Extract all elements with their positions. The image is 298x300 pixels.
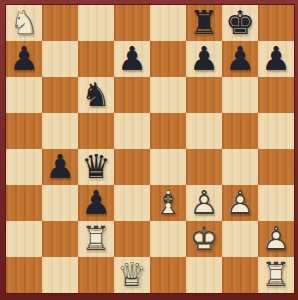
square-h4[interactable] <box>258 149 294 185</box>
black-queen-c4[interactable]: ♛ <box>78 149 114 185</box>
black-pawn-b4[interactable]: ♟ <box>42 149 78 185</box>
square-b8[interactable] <box>42 5 78 41</box>
black-pawn-f7[interactable]: ♟ <box>186 41 222 77</box>
knight-icon: ♞ <box>78 77 114 113</box>
square-f7[interactable]: ♟ <box>186 41 222 77</box>
black-pawn-d7[interactable]: ♟ <box>114 41 150 77</box>
queen-icon: ♛ <box>78 149 114 185</box>
knight-outline-icon: ♘ <box>6 5 42 41</box>
rook-outline-icon: ♖ <box>78 221 114 257</box>
square-e3[interactable]: ♝♗ <box>150 185 186 221</box>
pawn-icon: ♟ <box>222 41 258 77</box>
square-b5[interactable] <box>42 113 78 149</box>
white-knight-a8[interactable]: ♞♘ <box>6 5 42 41</box>
white-rook-h1[interactable]: ♜♖ <box>258 257 294 293</box>
pawn-icon: ♟ <box>78 185 114 221</box>
square-d3[interactable] <box>114 185 150 221</box>
king-outline-icon: ♔ <box>186 221 222 257</box>
square-g4[interactable] <box>222 149 258 185</box>
black-pawn-g7[interactable]: ♟ <box>222 41 258 77</box>
pawn-icon: ♟ <box>42 149 78 185</box>
square-d7[interactable]: ♟ <box>114 41 150 77</box>
queen-outline-icon: ♕ <box>114 257 150 293</box>
square-h6[interactable] <box>258 77 294 113</box>
square-b6[interactable] <box>42 77 78 113</box>
black-pawn-c3[interactable]: ♟ <box>78 185 114 221</box>
black-king-g8[interactable]: ♚ <box>222 5 258 41</box>
white-pawn-f3[interactable]: ♟♙ <box>186 185 222 221</box>
square-e7[interactable] <box>150 41 186 77</box>
square-d2[interactable] <box>114 221 150 257</box>
square-a5[interactable] <box>6 113 42 149</box>
square-b1[interactable] <box>42 257 78 293</box>
square-d4[interactable] <box>114 149 150 185</box>
square-g2[interactable] <box>222 221 258 257</box>
black-pawn-a7[interactable]: ♟ <box>6 41 42 77</box>
square-e1[interactable] <box>150 257 186 293</box>
rook-outline-icon: ♖ <box>258 257 294 293</box>
white-rook-c2[interactable]: ♜♖ <box>78 221 114 257</box>
square-f3[interactable]: ♟♙ <box>186 185 222 221</box>
square-f6[interactable] <box>186 77 222 113</box>
white-king-f2[interactable]: ♚♔ <box>186 221 222 257</box>
square-c1[interactable] <box>78 257 114 293</box>
square-a3[interactable] <box>6 185 42 221</box>
square-f4[interactable] <box>186 149 222 185</box>
square-b7[interactable] <box>42 41 78 77</box>
square-c4[interactable]: ♛ <box>78 149 114 185</box>
white-pawn-g3[interactable]: ♟♙ <box>222 185 258 221</box>
square-f1[interactable] <box>186 257 222 293</box>
board-frame: ♞♘♜♚♟♟♟♟♟♞♟♛♟♝♗♟♙♟♙♜♖♚♔♟♙♛♕♜♖ <box>0 0 298 300</box>
square-c6[interactable]: ♞ <box>78 77 114 113</box>
square-b4[interactable]: ♟ <box>42 149 78 185</box>
square-a7[interactable]: ♟ <box>6 41 42 77</box>
square-c8[interactable] <box>78 5 114 41</box>
square-d1[interactable]: ♛♕ <box>114 257 150 293</box>
square-e6[interactable] <box>150 77 186 113</box>
square-h5[interactable] <box>258 113 294 149</box>
pawn-outline-icon: ♙ <box>186 185 222 221</box>
pawn-icon: ♟ <box>258 41 294 77</box>
white-queen-d1[interactable]: ♛♕ <box>114 257 150 293</box>
square-h2[interactable]: ♟♙ <box>258 221 294 257</box>
square-g7[interactable]: ♟ <box>222 41 258 77</box>
king-icon: ♚ <box>222 5 258 41</box>
square-h3[interactable] <box>258 185 294 221</box>
square-e5[interactable] <box>150 113 186 149</box>
square-e2[interactable] <box>150 221 186 257</box>
square-d8[interactable] <box>114 5 150 41</box>
square-b2[interactable] <box>42 221 78 257</box>
pawn-icon: ♟ <box>114 41 150 77</box>
square-e8[interactable] <box>150 5 186 41</box>
square-c7[interactable] <box>78 41 114 77</box>
square-f8[interactable]: ♜ <box>186 5 222 41</box>
square-b3[interactable] <box>42 185 78 221</box>
square-h1[interactable]: ♜♖ <box>258 257 294 293</box>
white-pawn-h2[interactable]: ♟♙ <box>258 221 294 257</box>
square-a6[interactable] <box>6 77 42 113</box>
square-g5[interactable] <box>222 113 258 149</box>
black-pawn-h7[interactable]: ♟ <box>258 41 294 77</box>
square-d5[interactable] <box>114 113 150 149</box>
square-a2[interactable] <box>6 221 42 257</box>
square-d6[interactable] <box>114 77 150 113</box>
pawn-icon: ♟ <box>6 41 42 77</box>
square-g8[interactable]: ♚ <box>222 5 258 41</box>
bishop-outline-icon: ♗ <box>150 185 186 221</box>
black-knight-c6[interactable]: ♞ <box>78 77 114 113</box>
square-a1[interactable] <box>6 257 42 293</box>
square-g6[interactable] <box>222 77 258 113</box>
square-f2[interactable]: ♚♔ <box>186 221 222 257</box>
square-h8[interactable] <box>258 5 294 41</box>
pawn-outline-icon: ♙ <box>222 185 258 221</box>
square-c2[interactable]: ♜♖ <box>78 221 114 257</box>
chess-board: ♞♘♜♚♟♟♟♟♟♞♟♛♟♝♗♟♙♟♙♜♖♚♔♟♙♛♕♜♖ <box>5 4 295 294</box>
pawn-outline-icon: ♙ <box>258 221 294 257</box>
black-rook-f8[interactable]: ♜ <box>186 5 222 41</box>
square-c5[interactable] <box>78 113 114 149</box>
square-g1[interactable] <box>222 257 258 293</box>
pawn-icon: ♟ <box>186 41 222 77</box>
square-g3[interactable]: ♟♙ <box>222 185 258 221</box>
square-a8[interactable]: ♞♘ <box>6 5 42 41</box>
square-h7[interactable]: ♟ <box>258 41 294 77</box>
rook-icon: ♜ <box>186 5 222 41</box>
white-bishop-e3[interactable]: ♝♗ <box>150 185 186 221</box>
square-e4[interactable] <box>150 149 186 185</box>
square-a4[interactable] <box>6 149 42 185</box>
square-f5[interactable] <box>186 113 222 149</box>
square-c3[interactable]: ♟ <box>78 185 114 221</box>
